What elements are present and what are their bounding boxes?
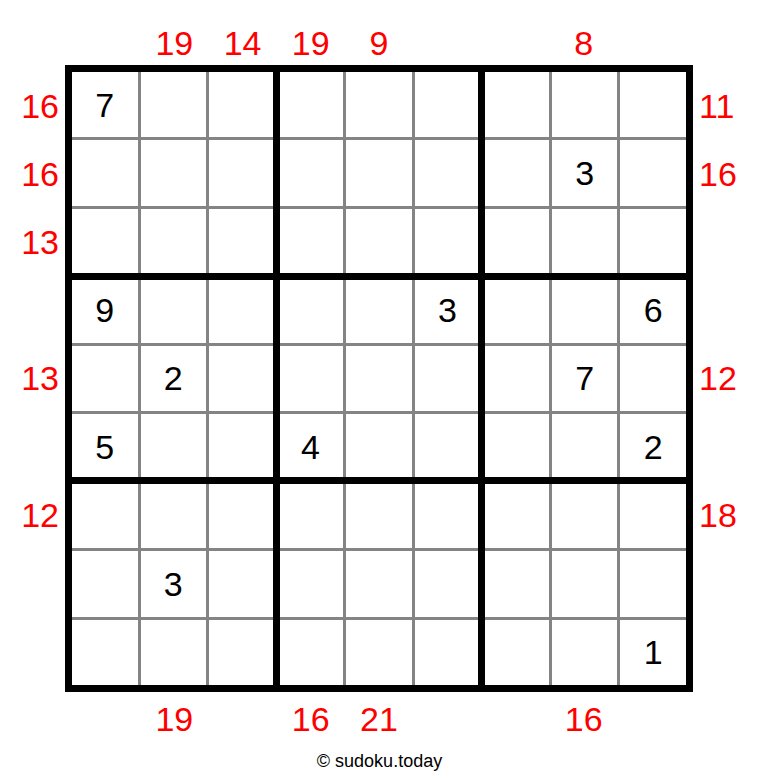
cell-r9c7[interactable]	[483, 620, 549, 685]
cell-r5c3[interactable]	[209, 346, 275, 411]
cell-r4c9[interactable]: 6	[620, 277, 686, 342]
cell-r1c3[interactable]	[209, 72, 275, 137]
cell-r4c5[interactable]	[346, 277, 412, 342]
right-clue-row1: 11	[696, 72, 758, 140]
cell-r7c1[interactable]	[72, 483, 138, 548]
cell-r7c9[interactable]	[620, 483, 686, 548]
bottom-clue-col7	[481, 699, 549, 736]
cell-r4c2[interactable]	[141, 277, 207, 342]
cell-r2c7[interactable]	[483, 140, 549, 205]
box-divider-vertical-2	[478, 72, 485, 685]
right-clue-row5: 12	[696, 344, 758, 412]
cell-r2c2[interactable]	[141, 140, 207, 205]
cell-r1c4[interactable]	[278, 72, 344, 137]
right-clue-row9	[696, 617, 758, 685]
cell-r4c6[interactable]: 3	[415, 277, 481, 342]
cell-r7c8[interactable]	[552, 483, 618, 548]
top-clue-col4: 19	[277, 26, 345, 62]
cell-r6c6[interactable]	[415, 414, 481, 479]
cell-r2c3[interactable]	[209, 140, 275, 205]
cell-r7c5[interactable]	[346, 483, 412, 548]
cell-r9c1[interactable]	[72, 620, 138, 685]
top-clues-row: 19141998	[72, 26, 686, 62]
right-clue-row3	[696, 208, 758, 276]
cell-r6c1[interactable]: 5	[72, 414, 138, 479]
left-clue-row6	[0, 413, 62, 481]
cell-r6c9[interactable]: 2	[620, 414, 686, 479]
top-clue-col5: 9	[345, 26, 413, 62]
cell-r3c8[interactable]	[552, 209, 618, 274]
cell-r8c3[interactable]	[209, 551, 275, 616]
cell-r5c8[interactable]: 7	[552, 346, 618, 411]
bottom-clue-col8: 16	[550, 699, 618, 736]
cell-r9c8[interactable]	[552, 620, 618, 685]
cell-r2c9[interactable]	[620, 140, 686, 205]
cell-r3c5[interactable]	[346, 209, 412, 274]
cell-r5c4[interactable]	[278, 346, 344, 411]
cell-r6c8[interactable]	[552, 414, 618, 479]
cell-r6c4[interactable]: 4	[278, 414, 344, 479]
left-clue-row1: 16	[0, 72, 62, 140]
cell-r9c5[interactable]	[346, 620, 412, 685]
top-clue-col6	[413, 26, 481, 62]
cell-r1c1[interactable]: 7	[72, 72, 138, 137]
sudoku-board: 739362754231	[65, 65, 693, 692]
cell-r4c8[interactable]	[552, 277, 618, 342]
cell-r6c5[interactable]	[346, 414, 412, 479]
cell-r3c7[interactable]	[483, 209, 549, 274]
right-clue-row8	[696, 549, 758, 617]
cell-r1c7[interactable]	[483, 72, 549, 137]
cell-r7c6[interactable]	[415, 483, 481, 548]
cell-r2c6[interactable]	[415, 140, 481, 205]
cell-r8c2[interactable]: 3	[141, 551, 207, 616]
right-clue-row4	[696, 276, 758, 344]
cell-r7c7[interactable]	[483, 483, 549, 548]
cell-r9c4[interactable]	[278, 620, 344, 685]
cell-r8c1[interactable]	[72, 551, 138, 616]
bottom-clue-col4: 16	[277, 699, 345, 736]
cell-r8c4[interactable]	[278, 551, 344, 616]
box-divider-vertical-1	[273, 72, 280, 685]
left-clue-row5: 13	[0, 344, 62, 412]
sudoku-grid: 739362754231	[72, 72, 686, 685]
top-clue-col8: 8	[550, 26, 618, 62]
cell-r3c9[interactable]	[620, 209, 686, 274]
cell-r1c6[interactable]	[415, 72, 481, 137]
cell-r1c8[interactable]	[552, 72, 618, 137]
bottom-clue-col6	[413, 699, 481, 736]
bottom-clue-col3	[208, 699, 276, 736]
cell-r5c1[interactable]	[72, 346, 138, 411]
cell-r3c4[interactable]	[278, 209, 344, 274]
cell-r8c8[interactable]	[552, 551, 618, 616]
cell-r2c1[interactable]	[72, 140, 138, 205]
cell-r9c9[interactable]: 1	[620, 620, 686, 685]
copyright-text: © sudoku.today	[0, 750, 759, 772]
cell-r6c7[interactable]	[483, 414, 549, 479]
cell-r1c5[interactable]	[346, 72, 412, 137]
left-clue-row7: 12	[0, 481, 62, 549]
cell-r4c4[interactable]	[278, 277, 344, 342]
cell-r8c6[interactable]	[415, 551, 481, 616]
cell-r1c9[interactable]	[620, 72, 686, 137]
top-clue-col1	[72, 26, 140, 62]
cell-r4c1[interactable]: 9	[72, 277, 138, 342]
cell-r5c6[interactable]	[415, 346, 481, 411]
cell-r1c2[interactable]	[141, 72, 207, 137]
top-clue-col2: 19	[140, 26, 208, 62]
left-clues-column: 1616131312	[0, 72, 62, 685]
cell-r5c5[interactable]	[346, 346, 412, 411]
cell-r2c4[interactable]	[278, 140, 344, 205]
cell-r9c3[interactable]	[209, 620, 275, 685]
box-divider-horizontal-1	[72, 273, 686, 280]
cell-r8c7[interactable]	[483, 551, 549, 616]
right-clue-row2: 16	[696, 140, 758, 208]
puzzle-page: 19141998 1616131312 11161218 19162116 73…	[0, 0, 759, 779]
cell-r3c1[interactable]	[72, 209, 138, 274]
cell-r7c2[interactable]	[141, 483, 207, 548]
top-clue-col7	[481, 26, 549, 62]
left-clue-row8	[0, 549, 62, 617]
bottom-clue-col5: 21	[345, 699, 413, 736]
cell-r6c2[interactable]	[141, 414, 207, 479]
cell-r5c7[interactable]	[483, 346, 549, 411]
bottom-clue-col2: 19	[140, 699, 208, 736]
right-clue-row7: 18	[696, 481, 758, 549]
bottom-clues-row: 19162116	[72, 699, 686, 735]
left-clue-row2: 16	[0, 140, 62, 208]
bottom-clue-col1	[72, 699, 140, 736]
cell-r6c3[interactable]	[209, 414, 275, 479]
cell-r4c3[interactable]	[209, 277, 275, 342]
top-clue-col9	[618, 26, 686, 62]
cell-r9c6[interactable]	[415, 620, 481, 685]
cell-r8c5[interactable]	[346, 551, 412, 616]
cell-r3c3[interactable]	[209, 209, 275, 274]
cell-r5c9[interactable]	[620, 346, 686, 411]
cell-r3c6[interactable]	[415, 209, 481, 274]
cell-r9c2[interactable]	[141, 620, 207, 685]
cell-r7c3[interactable]	[209, 483, 275, 548]
cell-r3c2[interactable]	[141, 209, 207, 274]
cell-r7c4[interactable]	[278, 483, 344, 548]
left-clue-row4	[0, 276, 62, 344]
left-clue-row3: 13	[0, 208, 62, 276]
box-divider-horizontal-2	[72, 477, 686, 484]
cell-r2c5[interactable]	[346, 140, 412, 205]
cell-r2c8[interactable]: 3	[552, 140, 618, 205]
top-clue-col3: 14	[208, 26, 276, 62]
cell-r5c2[interactable]: 2	[141, 346, 207, 411]
left-clue-row9	[0, 617, 62, 685]
cell-r4c7[interactable]	[483, 277, 549, 342]
cell-r8c9[interactable]	[620, 551, 686, 616]
right-clues-column: 11161218	[696, 72, 758, 685]
bottom-clue-col9	[618, 699, 686, 736]
right-clue-row6	[696, 413, 758, 481]
